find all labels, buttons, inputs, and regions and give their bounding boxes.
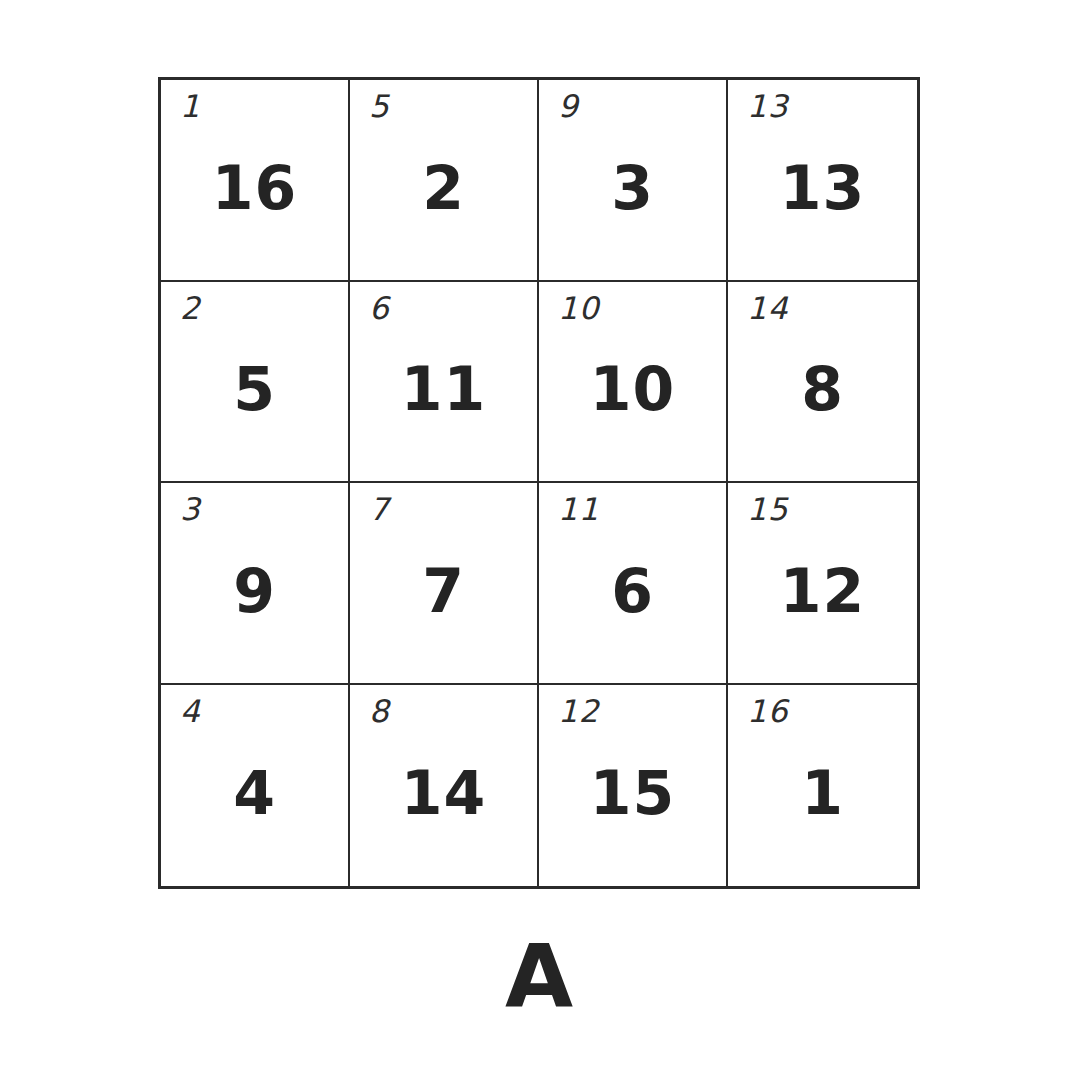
cell-index-label: 15 [747, 492, 788, 526]
cell-value: 2 [422, 137, 465, 223]
cell-13: 1313 [728, 80, 917, 282]
cell-15: 1512 [728, 483, 917, 685]
cell-index-label: 7 [369, 492, 390, 526]
board-label: A [0, 925, 1078, 1028]
cell-value: 8 [801, 338, 844, 424]
cell-4: 44 [161, 685, 350, 887]
cell-14: 148 [728, 282, 917, 484]
cell-value: 13 [780, 137, 866, 223]
cell-value: 15 [590, 742, 676, 828]
cell-index-label: 3 [180, 492, 201, 526]
board: 1165293131325611101014839771161512448141… [158, 77, 920, 889]
cell-index-label: 11 [558, 492, 599, 526]
cell-10: 1010 [539, 282, 728, 484]
cell-index-label: 6 [369, 291, 390, 325]
cell-value: 5 [233, 338, 276, 424]
cell-index-label: 9 [558, 89, 579, 123]
cell-value: 12 [780, 540, 866, 626]
cell-16: 161 [728, 685, 917, 887]
cell-value: 7 [422, 540, 465, 626]
cell-3: 39 [161, 483, 350, 685]
cell-value: 3 [611, 137, 654, 223]
worksheet-page: 1165293131325611101014839771161512448141… [0, 0, 1080, 1080]
cell-value: 11 [401, 338, 487, 424]
cell-index-label: 8 [369, 694, 390, 728]
cell-12: 1215 [539, 685, 728, 887]
cell-index-label: 4 [180, 694, 201, 728]
cell-value: 4 [233, 742, 276, 828]
cell-5: 52 [350, 80, 539, 282]
cell-8: 814 [350, 685, 539, 887]
cell-index-label: 5 [369, 89, 390, 123]
cell-2: 25 [161, 282, 350, 484]
cell-value: 1 [801, 742, 844, 828]
cell-7: 77 [350, 483, 539, 685]
cell-index-label: 16 [747, 694, 788, 728]
cell-1: 116 [161, 80, 350, 282]
cell-index-label: 2 [180, 291, 201, 325]
cell-11: 116 [539, 483, 728, 685]
cell-value: 6 [611, 540, 654, 626]
cell-value: 14 [401, 742, 487, 828]
cell-index-label: 1 [180, 89, 201, 123]
cell-index-label: 12 [558, 694, 599, 728]
cell-value: 9 [233, 540, 276, 626]
cell-index-label: 10 [558, 291, 599, 325]
cell-index-label: 13 [747, 89, 788, 123]
cell-9: 93 [539, 80, 728, 282]
cell-value: 10 [590, 338, 676, 424]
cell-value: 16 [212, 137, 298, 223]
cell-6: 611 [350, 282, 539, 484]
cell-index-label: 14 [747, 291, 788, 325]
